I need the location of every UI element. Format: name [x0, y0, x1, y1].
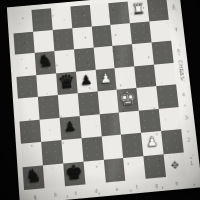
file-label-h: h	[175, 179, 179, 185]
piece-white-rook-g8: ♜	[131, 2, 146, 17]
square-d4	[77, 91, 99, 115]
file-label-b: b	[54, 191, 57, 198]
rank-label-6: 6	[177, 48, 180, 54]
rank-label-2: 2	[187, 137, 190, 143]
square-d3	[79, 114, 101, 138]
square-a7	[13, 31, 34, 54]
square-h6	[152, 41, 174, 64]
square-g1	[144, 154, 167, 179]
piece-black-knight-b6: ♞	[37, 53, 53, 71]
rank-label-8: 8	[172, 5, 175, 11]
square-h1: ✥	[164, 152, 187, 177]
square-b4	[38, 95, 60, 119]
square-f3	[119, 110, 141, 134]
square-b8	[31, 8, 52, 31]
piece-black-knight-a1: ♞	[25, 167, 42, 186]
piece-black-queen-c5: ♛	[57, 72, 75, 92]
board-photo: ♜♞♛♟♟♚♟♟♞♚✥ abcdefgh 87654321 CHESS	[0, 0, 200, 200]
square-b1	[43, 163, 65, 188]
file-label-c: c	[74, 189, 77, 196]
square-h5	[154, 62, 176, 86]
square-b7	[33, 30, 54, 53]
rank-label-7: 7	[175, 26, 178, 32]
square-e7	[91, 24, 112, 47]
square-a3	[19, 119, 41, 144]
square-f8	[109, 1, 130, 24]
square-g8: ♜	[128, 0, 150, 23]
square-e3	[99, 112, 121, 136]
piece-black-pawn-c3: ♟	[64, 120, 77, 134]
vinyl-chess-board: ♜♞♛♟♟♚♟♟♞♚✥ abcdefgh 87654321 CHESS	[7, 0, 200, 200]
square-c6	[54, 49, 75, 73]
square-c5: ♛	[56, 71, 78, 95]
square-c1: ♚	[63, 161, 85, 186]
square-f5	[115, 66, 137, 90]
square-f2	[121, 133, 143, 158]
piece-black-king-c1: ♚	[64, 162, 83, 183]
file-label-f: f	[136, 183, 138, 189]
square-f1	[123, 156, 145, 181]
square-f6	[113, 44, 135, 67]
square-d7	[72, 26, 93, 49]
square-c4	[58, 93, 80, 117]
square-b2	[41, 140, 63, 165]
square-a6	[15, 53, 36, 77]
rank-label-4: 4	[182, 92, 185, 98]
square-h4	[156, 84, 178, 108]
square-e8	[89, 3, 110, 26]
square-e6	[93, 46, 115, 70]
square-d2	[81, 136, 103, 161]
square-c8	[51, 7, 72, 30]
square-b3	[39, 117, 61, 142]
board-logo-icon: ✥	[170, 158, 180, 170]
square-d1	[83, 159, 105, 184]
file-label-g: g	[155, 181, 158, 188]
square-d8	[70, 5, 91, 28]
square-g3	[139, 108, 161, 132]
piece-white-king-f4: ♚	[118, 88, 137, 108]
square-g2: ♟	[141, 131, 163, 156]
square-f7	[111, 23, 133, 46]
square-h7	[149, 19, 171, 42]
square-g7	[130, 21, 152, 44]
rank-label-1: 1	[190, 160, 194, 166]
square-a2	[21, 142, 43, 167]
square-a4	[18, 97, 39, 121]
file-label-d: d	[95, 187, 98, 194]
square-c2	[61, 138, 83, 163]
file-label-a: a	[33, 193, 36, 200]
square-f4: ♚	[117, 88, 139, 112]
square-a1: ♞	[23, 165, 45, 190]
piece-white-pawn-e5: ♟	[100, 72, 113, 86]
square-d5: ♟	[76, 69, 98, 93]
square-h2	[161, 129, 184, 154]
file-label-e: e	[115, 185, 118, 192]
square-h8	[147, 0, 169, 21]
square-e4	[97, 90, 119, 114]
square-b5	[36, 73, 57, 97]
square-g4	[137, 86, 159, 110]
square-a8	[12, 10, 33, 33]
square-h3	[159, 107, 181, 131]
square-c3: ♟	[59, 116, 81, 140]
board-grid: ♜♞♛♟♟♚♟♟♞♚✥	[12, 0, 186, 190]
piece-white-pawn-g2: ♟	[146, 135, 159, 149]
square-g5	[134, 64, 156, 88]
square-e1	[103, 157, 125, 182]
square-b6: ♞	[35, 51, 56, 75]
square-c7	[52, 28, 73, 51]
piece-black-pawn-d5: ♟	[80, 73, 93, 87]
square-g6	[132, 42, 154, 65]
square-a5	[16, 75, 37, 99]
square-d6	[74, 48, 96, 72]
rank-label-3: 3	[185, 114, 188, 120]
square-e5: ♟	[95, 68, 117, 92]
square-e2	[101, 135, 123, 160]
